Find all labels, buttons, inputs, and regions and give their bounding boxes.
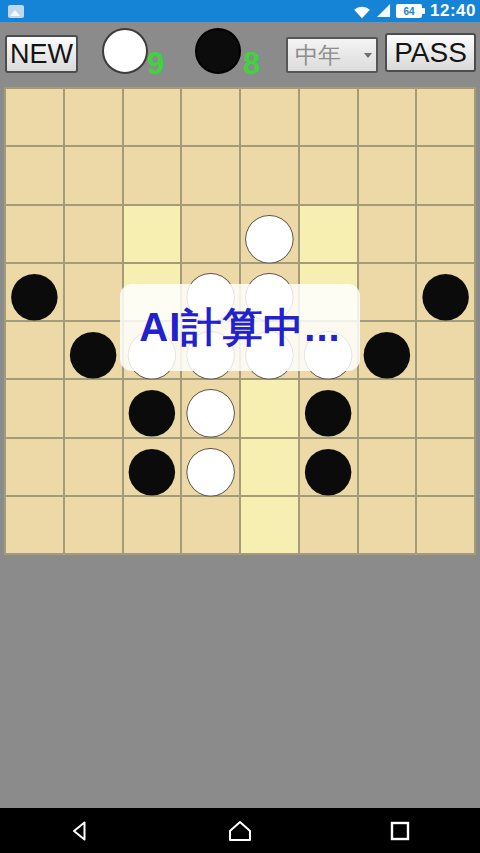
recents-icon [389,820,411,842]
black-piece: ● [8,264,61,320]
notification-image-icon [8,5,24,18]
board-cell[interactable] [124,147,181,203]
board-cell[interactable] [124,206,181,262]
white-piece: ● [184,439,237,495]
board-cell[interactable]: ● [300,439,357,495]
signal-strength-icon [376,4,391,18]
toolbar: NEW 9 8 中年 PASS [0,22,480,87]
board-cell[interactable] [359,147,416,203]
board-cell[interactable]: ● [182,439,239,495]
board-cell[interactable] [6,322,63,378]
board-cell[interactable] [359,89,416,145]
white-piece: ● [243,206,296,262]
board-cell[interactable] [300,147,357,203]
board-cell[interactable] [182,497,239,553]
board-cell[interactable] [417,497,474,553]
board-cell[interactable] [417,147,474,203]
black-score-disc-icon [195,28,241,74]
board-cell[interactable] [65,439,122,495]
board-cell[interactable] [359,497,416,553]
board-cell[interactable] [65,264,122,320]
board-cell[interactable]: ● [359,322,416,378]
ai-thinking-message: AI計算中... [139,300,340,355]
back-button[interactable] [0,819,160,843]
difficulty-value: 中年 [295,40,341,71]
board-cell[interactable] [182,89,239,145]
board-cell[interactable] [65,147,122,203]
board-cell[interactable] [359,264,416,320]
board-cell[interactable] [65,89,122,145]
board-cell[interactable] [6,206,63,262]
board-cell[interactable] [417,322,474,378]
home-button[interactable] [160,819,320,843]
board-cell[interactable] [300,497,357,553]
black-piece: ● [360,322,413,378]
board-cell[interactable] [6,147,63,203]
black-piece: ● [125,439,178,495]
board-cell[interactable]: ● [417,264,474,320]
board-cell[interactable] [417,380,474,436]
board-cell[interactable] [241,439,298,495]
home-icon [227,819,253,843]
board-cell[interactable] [6,497,63,553]
board-cell[interactable]: ● [300,380,357,436]
status-bar: 64 12:40 [0,0,480,22]
black-piece: ● [67,322,120,378]
board-cell[interactable] [417,439,474,495]
board-cell[interactable] [241,147,298,203]
board-cell[interactable] [241,380,298,436]
back-icon [68,819,92,843]
black-piece: ● [302,380,355,436]
board-cell[interactable]: ● [124,380,181,436]
board-cell[interactable] [241,497,298,553]
white-score: 9 [147,48,164,79]
white-piece: ● [184,380,237,436]
white-score-disc-icon [102,28,148,74]
board-cell[interactable] [6,380,63,436]
board-cell[interactable] [359,380,416,436]
black-piece: ● [419,264,472,320]
board-cell[interactable] [417,206,474,262]
board-cell[interactable]: ● [65,322,122,378]
battery-percent: 64 [403,6,414,17]
board-cell[interactable] [359,206,416,262]
board-cell[interactable] [241,89,298,145]
difficulty-spinner[interactable]: 中年 [286,37,378,73]
wifi-icon [353,4,371,19]
pass-button[interactable]: PASS [385,33,476,72]
black-score: 8 [243,48,260,79]
board-cell[interactable] [6,439,63,495]
board-cell[interactable] [6,89,63,145]
new-game-button[interactable]: NEW [5,35,78,73]
othello-app-screen: 64 12:40 NEW 9 8 中年 PASS ●●●●●●●●●●●●●●●… [0,0,480,853]
board-cell[interactable] [300,206,357,262]
recents-button[interactable] [320,820,480,842]
ai-thinking-overlay: AI計算中... [120,284,360,371]
board-cell[interactable]: ● [6,264,63,320]
battery-icon: 64 [396,4,422,18]
board-cell[interactable] [300,89,357,145]
black-piece: ● [302,439,355,495]
board-cell[interactable] [359,439,416,495]
clock-time: 12:40 [430,1,476,21]
android-navbar [0,808,480,853]
board-cell[interactable]: ● [241,206,298,262]
board-cell[interactable]: ● [182,380,239,436]
black-piece: ● [125,380,178,436]
board-cell[interactable] [124,497,181,553]
board-cell[interactable] [124,89,181,145]
board-cell[interactable] [65,380,122,436]
board-cell[interactable] [65,206,122,262]
board-cell[interactable] [417,89,474,145]
board-cell[interactable] [182,206,239,262]
board-cell[interactable]: ● [124,439,181,495]
board-cell[interactable] [182,147,239,203]
spinner-dropdown-icon [364,53,372,58]
board-cell[interactable] [65,497,122,553]
